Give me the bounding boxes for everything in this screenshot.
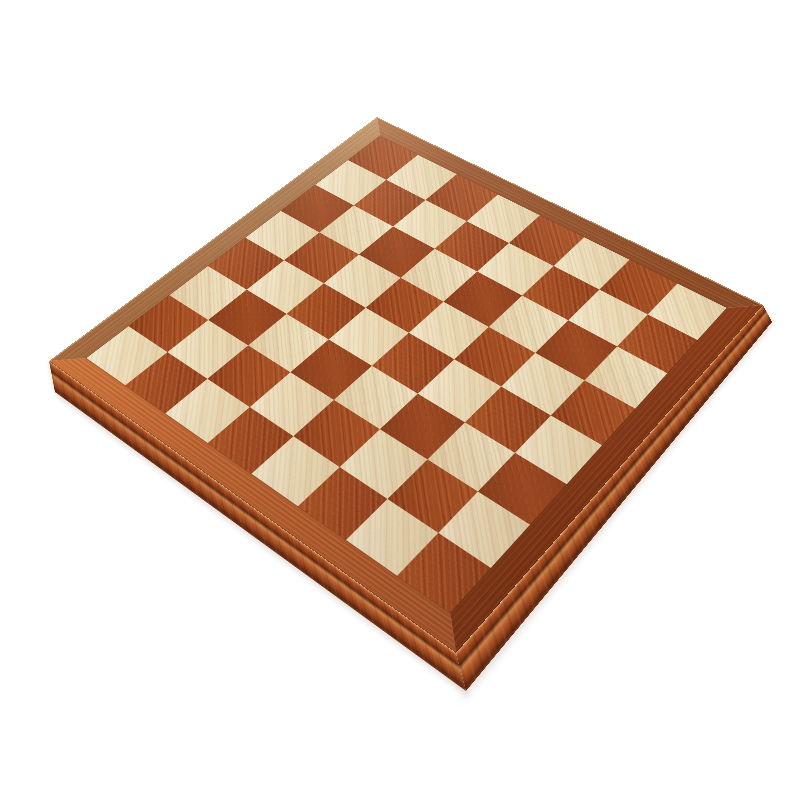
photo-background — [0, 0, 800, 800]
chess-board — [49, 117, 763, 653]
board-grid — [86, 136, 726, 613]
